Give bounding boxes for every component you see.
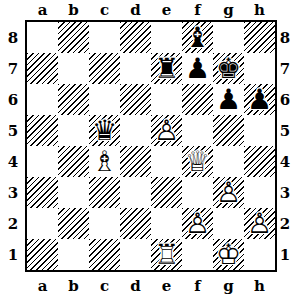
- file-label-top-e: e: [162, 1, 172, 19]
- rank-label-right-2: 2: [280, 215, 290, 233]
- square-h5[interactable]: [244, 115, 275, 146]
- square-a3[interactable]: [27, 177, 58, 208]
- piece-white-pawn[interactable]: ♟♙: [151, 115, 182, 146]
- file-label-top-a: a: [38, 1, 48, 19]
- square-h3[interactable]: [244, 177, 275, 208]
- square-a1[interactable]: [27, 239, 58, 270]
- square-d3[interactable]: [120, 177, 151, 208]
- square-e1[interactable]: ♜♖: [151, 239, 182, 270]
- rank-label-right-8: 8: [280, 29, 290, 47]
- piece-black-bishop[interactable]: ♝♝: [182, 22, 213, 53]
- piece-black-queen[interactable]: ♛♛: [89, 115, 120, 146]
- piece-white-bishop[interactable]: ♝♗: [89, 146, 120, 177]
- file-label-bottom-f: f: [194, 277, 200, 295]
- file-label-bottom-c: c: [100, 277, 109, 295]
- square-e3[interactable]: [151, 177, 182, 208]
- square-g6[interactable]: ♟♟: [213, 84, 244, 115]
- rank-label-left-5: 5: [8, 122, 18, 140]
- square-b7[interactable]: [58, 53, 89, 84]
- piece-glyph: ♙: [182, 208, 213, 239]
- piece-white-pawn[interactable]: ♟♙: [213, 177, 244, 208]
- file-label-bottom-b: b: [68, 277, 79, 295]
- rank-label-left-4: 4: [8, 153, 18, 171]
- piece-black-pawn[interactable]: ♟♟: [213, 84, 244, 115]
- piece-glyph: ♟: [182, 53, 213, 84]
- square-b2[interactable]: [58, 208, 89, 239]
- square-e8[interactable]: [151, 22, 182, 53]
- rank-label-left-8: 8: [8, 29, 18, 47]
- rank-label-right-1: 1: [280, 246, 290, 264]
- square-g8[interactable]: [213, 22, 244, 53]
- square-e6[interactable]: [151, 84, 182, 115]
- piece-glyph: ♙: [213, 177, 244, 208]
- square-h1[interactable]: [244, 239, 275, 270]
- piece-glyph: ♟: [213, 84, 244, 115]
- piece-glyph: ♙: [244, 208, 275, 239]
- square-a6[interactable]: [27, 84, 58, 115]
- square-b5[interactable]: [58, 115, 89, 146]
- square-a8[interactable]: [27, 22, 58, 53]
- file-label-top-g: g: [223, 1, 234, 19]
- rank-label-right-6: 6: [280, 91, 290, 109]
- rank-label-left-1: 1: [8, 246, 18, 264]
- square-f2[interactable]: ♟♙: [182, 208, 213, 239]
- piece-black-rook[interactable]: ♜♜: [151, 53, 182, 84]
- rank-label-right-5: 5: [280, 122, 290, 140]
- piece-black-king[interactable]: ♚♚: [213, 53, 244, 84]
- square-c5[interactable]: ♛♛: [89, 115, 120, 146]
- square-c7[interactable]: [89, 53, 120, 84]
- piece-glyph: ♙: [151, 115, 182, 146]
- file-label-bottom-g: g: [223, 277, 234, 295]
- square-d2[interactable]: [120, 208, 151, 239]
- square-e2[interactable]: [151, 208, 182, 239]
- file-label-top-c: c: [100, 1, 109, 19]
- square-a2[interactable]: [27, 208, 58, 239]
- file-label-top-h: h: [254, 1, 265, 19]
- square-g5[interactable]: [213, 115, 244, 146]
- chess-board: ♝♝♜♜♟♟♚♚♟♟♟♟♛♛♟♙♝♗♛♕♟♙♟♙♟♙♜♖♚♔: [25, 20, 277, 272]
- piece-white-king[interactable]: ♚♔: [213, 239, 244, 270]
- square-c2[interactable]: [89, 208, 120, 239]
- square-d8[interactable]: [120, 22, 151, 53]
- piece-black-pawn[interactable]: ♟♟: [244, 84, 275, 115]
- square-a7[interactable]: [27, 53, 58, 84]
- file-label-bottom-h: h: [254, 277, 265, 295]
- square-g4[interactable]: [213, 146, 244, 177]
- rank-label-left-7: 7: [8, 60, 18, 78]
- square-c3[interactable]: [89, 177, 120, 208]
- square-c4[interactable]: ♝♗: [89, 146, 120, 177]
- square-d4[interactable]: [120, 146, 151, 177]
- square-f7[interactable]: ♟♟: [182, 53, 213, 84]
- square-d1[interactable]: [120, 239, 151, 270]
- square-f1[interactable]: [182, 239, 213, 270]
- rank-label-right-3: 3: [280, 184, 290, 202]
- square-d7[interactable]: [120, 53, 151, 84]
- piece-glyph: ♕: [182, 146, 213, 177]
- piece-white-pawn[interactable]: ♟♙: [182, 208, 213, 239]
- square-b4[interactable]: [58, 146, 89, 177]
- square-a5[interactable]: [27, 115, 58, 146]
- square-e4[interactable]: [151, 146, 182, 177]
- square-a4[interactable]: [27, 146, 58, 177]
- square-d6[interactable]: [120, 84, 151, 115]
- square-h8[interactable]: [244, 22, 275, 53]
- square-h4[interactable]: [244, 146, 275, 177]
- square-g3[interactable]: ♟♙: [213, 177, 244, 208]
- square-h6[interactable]: ♟♟: [244, 84, 275, 115]
- square-f4[interactable]: ♛♕: [182, 146, 213, 177]
- piece-black-pawn[interactable]: ♟♟: [182, 53, 213, 84]
- piece-glyph: ♖: [151, 239, 182, 270]
- piece-glyph: ♟: [244, 84, 275, 115]
- piece-glyph: ♝: [182, 22, 213, 53]
- file-label-top-b: b: [68, 1, 79, 19]
- square-b3[interactable]: [58, 177, 89, 208]
- square-b6[interactable]: [58, 84, 89, 115]
- square-f6[interactable]: [182, 84, 213, 115]
- file-label-bottom-a: a: [38, 277, 48, 295]
- piece-white-queen[interactable]: ♛♕: [182, 146, 213, 177]
- piece-white-pawn[interactable]: ♟♙: [244, 208, 275, 239]
- piece-glyph: ♗: [89, 146, 120, 177]
- square-b1[interactable]: [58, 239, 89, 270]
- square-g1[interactable]: ♚♔: [213, 239, 244, 270]
- square-f3[interactable]: [182, 177, 213, 208]
- piece-glyph: ♜: [151, 53, 182, 84]
- rank-label-left-2: 2: [8, 215, 18, 233]
- square-h7[interactable]: [244, 53, 275, 84]
- square-f8[interactable]: ♝♝: [182, 22, 213, 53]
- square-e7[interactable]: ♜♜: [151, 53, 182, 84]
- chess-diagram: ♝♝♜♜♟♟♚♚♟♟♟♟♛♛♟♙♝♗♛♕♟♙♟♙♟♙♜♖♚♔ aabbccdde…: [0, 0, 295, 295]
- square-f5[interactable]: [182, 115, 213, 146]
- square-d5[interactable]: [120, 115, 151, 146]
- file-label-top-d: d: [130, 1, 141, 19]
- square-h2[interactable]: ♟♙: [244, 208, 275, 239]
- square-c6[interactable]: [89, 84, 120, 115]
- square-g2[interactable]: [213, 208, 244, 239]
- piece-glyph: ♚: [213, 53, 244, 84]
- square-c8[interactable]: [89, 22, 120, 53]
- file-label-bottom-e: e: [162, 277, 172, 295]
- square-e5[interactable]: ♟♙: [151, 115, 182, 146]
- rank-label-right-4: 4: [280, 153, 290, 171]
- piece-white-rook[interactable]: ♜♖: [151, 239, 182, 270]
- square-g7[interactable]: ♚♚: [213, 53, 244, 84]
- piece-glyph: ♔: [213, 239, 244, 270]
- square-c1[interactable]: [89, 239, 120, 270]
- file-label-top-f: f: [194, 1, 200, 19]
- file-label-bottom-d: d: [130, 277, 141, 295]
- rank-label-left-3: 3: [8, 184, 18, 202]
- rank-label-left-6: 6: [8, 91, 18, 109]
- piece-glyph: ♛: [89, 115, 120, 146]
- square-b8[interactable]: [58, 22, 89, 53]
- rank-label-right-7: 7: [280, 60, 290, 78]
